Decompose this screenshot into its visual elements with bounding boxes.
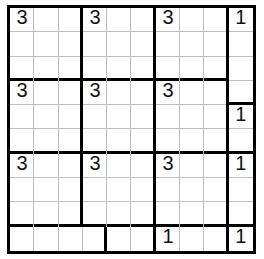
grid-cell[interactable]: 1 bbox=[156, 227, 180, 251]
grid-cell[interactable] bbox=[107, 202, 131, 226]
grid-cell[interactable] bbox=[156, 32, 180, 56]
grid-cell[interactable] bbox=[131, 32, 155, 56]
grid-cell[interactable] bbox=[107, 227, 131, 251]
grid-cell[interactable] bbox=[59, 202, 83, 226]
grid-cell[interactable] bbox=[229, 57, 253, 81]
grid-cell[interactable] bbox=[83, 227, 107, 251]
grid-cell[interactable] bbox=[83, 32, 107, 56]
grid-cell[interactable]: 3 bbox=[83, 154, 107, 178]
region-clue: 1 bbox=[235, 8, 246, 27]
grid-cell[interactable] bbox=[131, 81, 155, 105]
grid-cell[interactable] bbox=[204, 154, 228, 178]
grid-cell[interactable]: 1 bbox=[229, 227, 253, 251]
grid-cell[interactable]: 3 bbox=[156, 8, 180, 32]
grid-cell[interactable] bbox=[180, 81, 204, 105]
region-clue: 3 bbox=[17, 8, 28, 27]
grid-cell[interactable] bbox=[10, 129, 34, 153]
region-clue: 3 bbox=[162, 8, 173, 27]
grid-cell[interactable] bbox=[229, 81, 253, 105]
grid-cell[interactable] bbox=[156, 202, 180, 226]
grid-cell[interactable] bbox=[229, 202, 253, 226]
grid-cell[interactable] bbox=[204, 8, 228, 32]
grid-cell[interactable] bbox=[131, 57, 155, 81]
region-clue: 1 bbox=[235, 227, 246, 246]
grid-cell[interactable] bbox=[59, 32, 83, 56]
grid-cell[interactable] bbox=[10, 178, 34, 202]
grid-cell[interactable] bbox=[107, 81, 131, 105]
grid-cell[interactable] bbox=[10, 227, 34, 251]
grid-cell[interactable]: 3 bbox=[83, 8, 107, 32]
grid-cell[interactable] bbox=[34, 8, 58, 32]
grid-cell[interactable]: 3 bbox=[10, 154, 34, 178]
grid-cell[interactable] bbox=[59, 227, 83, 251]
grid-cell[interactable] bbox=[10, 202, 34, 226]
grid-cell[interactable] bbox=[180, 32, 204, 56]
grid-cell[interactable] bbox=[34, 57, 58, 81]
grid-cell[interactable] bbox=[156, 57, 180, 81]
grid-cell[interactable] bbox=[156, 129, 180, 153]
grid-cell[interactable] bbox=[83, 129, 107, 153]
puzzle-board: 33313331333111 bbox=[7, 5, 256, 254]
grid-cell[interactable] bbox=[107, 154, 131, 178]
grid-cell[interactable] bbox=[131, 178, 155, 202]
grid-cell[interactable] bbox=[34, 227, 58, 251]
grid-cell[interactable] bbox=[59, 178, 83, 202]
grid-cell[interactable] bbox=[180, 129, 204, 153]
region-clue: 1 bbox=[235, 154, 246, 173]
grid-cell[interactable] bbox=[107, 105, 131, 129]
grid-cell[interactable] bbox=[34, 154, 58, 178]
grid-cell[interactable] bbox=[204, 227, 228, 251]
grid-cell[interactable] bbox=[180, 57, 204, 81]
grid-cell[interactable] bbox=[59, 57, 83, 81]
region-clue: 3 bbox=[17, 154, 28, 173]
region-clue: 3 bbox=[89, 154, 100, 173]
grid-cell[interactable] bbox=[229, 178, 253, 202]
grid-cell[interactable] bbox=[229, 129, 253, 153]
grid-cell[interactable] bbox=[107, 178, 131, 202]
grid-cell[interactable] bbox=[131, 129, 155, 153]
grid-cell[interactable] bbox=[83, 178, 107, 202]
grid-cell[interactable] bbox=[107, 8, 131, 32]
grid-cell[interactable]: 3 bbox=[83, 81, 107, 105]
grid-cell[interactable]: 1 bbox=[229, 105, 253, 129]
grid-cell[interactable] bbox=[131, 202, 155, 226]
grid-cell[interactable] bbox=[131, 154, 155, 178]
grid-cell[interactable] bbox=[180, 105, 204, 129]
region-clue: 3 bbox=[89, 81, 100, 100]
grid-cell[interactable] bbox=[34, 129, 58, 153]
grid-cell[interactable]: 1 bbox=[229, 154, 253, 178]
grid-cell[interactable] bbox=[180, 8, 204, 32]
grid-cell[interactable]: 1 bbox=[229, 8, 253, 32]
grid-cell[interactable] bbox=[156, 105, 180, 129]
grid-cell[interactable] bbox=[34, 202, 58, 226]
screen: 33313331333111 bbox=[0, 0, 264, 259]
grid-cell[interactable] bbox=[83, 202, 107, 226]
grid-cell[interactable] bbox=[131, 8, 155, 32]
grid-cell[interactable] bbox=[10, 32, 34, 56]
grid-cell[interactable] bbox=[59, 8, 83, 32]
grid-cell[interactable] bbox=[83, 57, 107, 81]
grid-cell[interactable] bbox=[10, 57, 34, 81]
grid-cell[interactable]: 3 bbox=[156, 81, 180, 105]
grid-cell[interactable] bbox=[34, 178, 58, 202]
grid-cell[interactable]: 3 bbox=[10, 81, 34, 105]
grid-cell[interactable] bbox=[59, 129, 83, 153]
grid-cell[interactable] bbox=[34, 81, 58, 105]
grid-cell[interactable] bbox=[59, 105, 83, 129]
grid-cell[interactable] bbox=[107, 57, 131, 81]
grid-cell[interactable] bbox=[131, 105, 155, 129]
grid-cell[interactable] bbox=[83, 105, 107, 129]
grid-cell[interactable] bbox=[107, 129, 131, 153]
grid-cell[interactable] bbox=[180, 227, 204, 251]
grid-cell[interactable] bbox=[229, 32, 253, 56]
region-clue: 3 bbox=[162, 81, 173, 100]
grid-cell[interactable] bbox=[180, 202, 204, 226]
grid-cell[interactable] bbox=[204, 178, 228, 202]
grid-cell[interactable] bbox=[34, 32, 58, 56]
grid-cell[interactable]: 3 bbox=[10, 8, 34, 32]
region-clue: 1 bbox=[235, 105, 246, 124]
region-clue: 3 bbox=[17, 81, 28, 100]
grid-cell[interactable] bbox=[10, 105, 34, 129]
grid-cell[interactable] bbox=[156, 178, 180, 202]
grid-cell[interactable] bbox=[59, 154, 83, 178]
grid-cell[interactable] bbox=[131, 227, 155, 251]
grid-cell[interactable]: 3 bbox=[156, 154, 180, 178]
grid-cell[interactable] bbox=[204, 105, 228, 129]
grid-cell[interactable] bbox=[180, 154, 204, 178]
grid-cell[interactable] bbox=[204, 81, 228, 105]
grid-cell[interactable] bbox=[204, 129, 228, 153]
grid-cell[interactable] bbox=[204, 57, 228, 81]
grid-cell[interactable] bbox=[204, 32, 228, 56]
region-clue: 3 bbox=[89, 8, 100, 27]
grid-cell[interactable] bbox=[180, 178, 204, 202]
grid-cell[interactable] bbox=[204, 202, 228, 226]
grid-cell[interactable] bbox=[107, 32, 131, 56]
region-clue: 1 bbox=[162, 227, 173, 246]
region-clue: 3 bbox=[162, 154, 173, 173]
grid-cell[interactable] bbox=[34, 105, 58, 129]
grid-cell[interactable] bbox=[59, 81, 83, 105]
